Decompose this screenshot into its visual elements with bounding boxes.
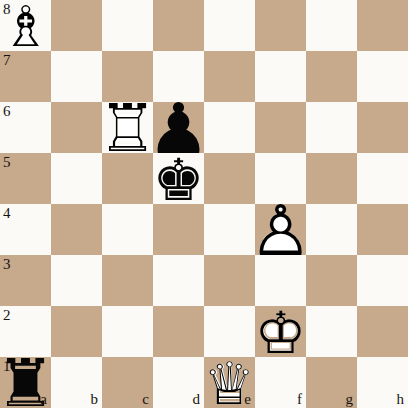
piece-solid-glyph: ♜ <box>0 351 55 408</box>
piece-fill-glyph: ♜ <box>99 96 156 160</box>
square-g5[interactable] <box>306 153 357 204</box>
piece-white-bishop-icon[interactable]: ♝♗ <box>0 0 51 51</box>
piece-black-king-icon[interactable]: ♚ <box>153 153 204 204</box>
square-d3[interactable] <box>153 255 204 306</box>
rank-label-2: 2 <box>3 307 11 324</box>
rank-label-7: 7 <box>3 52 11 69</box>
square-c1[interactable]: c <box>102 357 153 408</box>
piece-outline-layer: ♗ <box>0 0 51 51</box>
piece-solid-layer: ♚ <box>153 153 204 204</box>
square-d4[interactable] <box>153 204 204 255</box>
piece-solid-glyph: ♚ <box>153 151 205 209</box>
square-a7[interactable]: 7 <box>0 51 51 102</box>
square-h2[interactable] <box>357 306 408 357</box>
file-label-b: b <box>91 391 99 408</box>
square-c6[interactable]: ♜♖ <box>102 102 153 153</box>
square-c5[interactable] <box>102 153 153 204</box>
square-e8[interactable] <box>204 0 255 51</box>
square-g2[interactable] <box>306 306 357 357</box>
square-e2[interactable] <box>204 306 255 357</box>
square-f5[interactable] <box>255 153 306 204</box>
square-d5[interactable]: ♚ <box>153 153 204 204</box>
rank-label-4: 4 <box>3 205 11 222</box>
square-d6[interactable]: ♟ <box>153 102 204 153</box>
piece-black-rook-icon[interactable]: ♜ <box>0 357 51 408</box>
square-g6[interactable] <box>306 102 357 153</box>
square-f1[interactable]: f <box>255 357 306 408</box>
square-e4[interactable] <box>204 204 255 255</box>
square-h5[interactable] <box>357 153 408 204</box>
square-f3[interactable] <box>255 255 306 306</box>
square-c7[interactable] <box>102 51 153 102</box>
square-h3[interactable] <box>357 255 408 306</box>
square-h8[interactable] <box>357 0 408 51</box>
file-label-h: h <box>397 391 405 408</box>
square-a5[interactable]: 5 <box>0 153 51 204</box>
square-e7[interactable] <box>204 51 255 102</box>
square-c4[interactable] <box>102 204 153 255</box>
square-b2[interactable] <box>51 306 102 357</box>
square-e3[interactable] <box>204 255 255 306</box>
square-c2[interactable] <box>102 306 153 357</box>
square-h1[interactable]: h <box>357 357 408 408</box>
square-b1[interactable]: b <box>51 357 102 408</box>
square-f6[interactable] <box>255 102 306 153</box>
square-d2[interactable] <box>153 306 204 357</box>
square-h6[interactable] <box>357 102 408 153</box>
piece-outline-glyph: ♗ <box>0 0 50 55</box>
square-a2[interactable]: 2 <box>0 306 51 357</box>
square-a6[interactable]: 6 <box>0 102 51 153</box>
piece-white-queen-icon[interactable]: ♛♕ <box>204 357 255 408</box>
piece-fill-glyph: ♚ <box>255 304 305 360</box>
square-e5[interactable] <box>204 153 255 204</box>
square-d7[interactable] <box>153 51 204 102</box>
piece-outline-layer: ♕ <box>204 357 255 408</box>
square-a1[interactable]: 1a♜ <box>0 357 51 408</box>
square-h4[interactable] <box>357 204 408 255</box>
square-b3[interactable] <box>51 255 102 306</box>
square-h7[interactable] <box>357 51 408 102</box>
square-b6[interactable] <box>51 102 102 153</box>
square-e6[interactable] <box>204 102 255 153</box>
square-g3[interactable] <box>306 255 357 306</box>
piece-fill-layer: ♛ <box>204 357 255 408</box>
square-f7[interactable] <box>255 51 306 102</box>
square-a8[interactable]: 8♝♗ <box>0 0 51 51</box>
piece-fill-layer: ♜ <box>102 102 153 153</box>
rank-label-5: 5 <box>3 154 11 171</box>
piece-solid-layer: ♟ <box>153 102 204 153</box>
piece-outline-layer: ♖ <box>102 102 153 153</box>
square-c3[interactable] <box>102 255 153 306</box>
square-g7[interactable] <box>306 51 357 102</box>
square-d1[interactable]: d <box>153 357 204 408</box>
square-e1[interactable]: e♛♕ <box>204 357 255 408</box>
piece-fill-glyph: ♛ <box>204 355 254 408</box>
piece-outline-glyph: ♖ <box>98 96 157 162</box>
square-f8[interactable] <box>255 0 306 51</box>
piece-fill-glyph: ♝ <box>1 0 50 54</box>
square-g8[interactable] <box>306 0 357 51</box>
square-a4[interactable]: 4 <box>0 204 51 255</box>
piece-white-rook-icon[interactable]: ♜♖ <box>102 102 153 153</box>
square-f2[interactable]: ♚♔ <box>255 306 306 357</box>
piece-fill-layer: ♟ <box>255 204 306 255</box>
file-label-d: d <box>193 391 201 408</box>
piece-fill-layer: ♝ <box>0 0 51 51</box>
square-b4[interactable] <box>51 204 102 255</box>
chess-board: 8♝♗76♜♖♟5♚4♟♙32♚♔1a♜bcde♛♕fgh <box>0 0 408 408</box>
piece-outline-glyph: ♕ <box>204 355 256 408</box>
file-label-g: g <box>346 391 354 408</box>
square-a3[interactable]: 3 <box>0 255 51 306</box>
piece-solid-layer: ♜ <box>0 357 51 408</box>
rank-label-3: 3 <box>3 256 11 273</box>
file-label-f: f <box>297 391 302 408</box>
piece-outline-layer: ♔ <box>255 306 306 357</box>
piece-outline-glyph: ♔ <box>255 304 307 362</box>
square-c8[interactable] <box>102 0 153 51</box>
rank-label-6: 6 <box>3 103 11 120</box>
square-b5[interactable] <box>51 153 102 204</box>
piece-black-pawn-icon[interactable]: ♟ <box>153 102 204 153</box>
square-d8[interactable] <box>153 0 204 51</box>
square-g4[interactable] <box>306 204 357 255</box>
square-f4[interactable]: ♟♙ <box>255 204 306 255</box>
square-b8[interactable] <box>51 0 102 51</box>
file-label-c: c <box>142 391 149 408</box>
square-b7[interactable] <box>51 51 102 102</box>
piece-fill-layer: ♚ <box>255 306 306 357</box>
square-g1[interactable]: g <box>306 357 357 408</box>
piece-white-king-icon[interactable]: ♚♔ <box>255 306 306 357</box>
piece-outline-layer: ♙ <box>255 204 306 255</box>
piece-white-pawn-icon[interactable]: ♟♙ <box>255 204 306 255</box>
